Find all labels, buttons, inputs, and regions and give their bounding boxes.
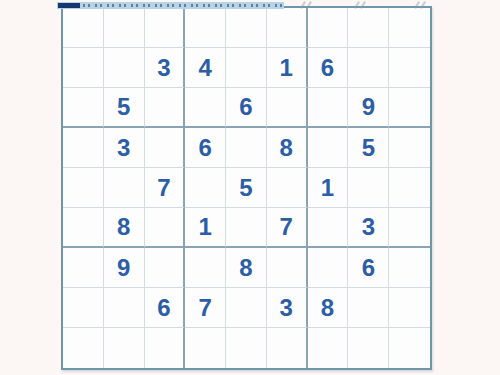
given-digit: 3 (117, 136, 130, 160)
sudoku-cell[interactable]: 7 (267, 208, 308, 248)
ghost-mark (300, 1, 314, 10)
page: 3416569368575181739866738 (0, 0, 500, 375)
sudoku-cell[interactable] (63, 208, 104, 248)
given-digit: 6 (239, 95, 252, 119)
ghost-mark (354, 1, 368, 10)
given-digit: 7 (280, 215, 293, 239)
sudoku-cell[interactable] (308, 8, 349, 48)
sudoku-cell[interactable]: 3 (348, 208, 389, 248)
sudoku-cell[interactable] (63, 88, 104, 128)
sudoku-cell[interactable]: 1 (267, 48, 308, 88)
sudoku-board: 3416569368575181739866738 (61, 6, 432, 370)
sudoku-cell[interactable] (267, 168, 308, 208)
sudoku-cell[interactable] (389, 88, 430, 128)
sudoku-cell[interactable] (308, 88, 349, 128)
sudoku-cell[interactable] (389, 288, 430, 328)
given-digit: 1 (280, 56, 293, 80)
sudoku-cell[interactable]: 9 (348, 88, 389, 128)
given-digit: 6 (199, 136, 212, 160)
sudoku-cell[interactable] (308, 208, 349, 248)
sudoku-cell[interactable] (145, 328, 186, 368)
sudoku-cell[interactable] (308, 128, 349, 168)
sudoku-cell[interactable] (348, 328, 389, 368)
sudoku-cell[interactable]: 8 (104, 208, 145, 248)
sudoku-cell[interactable]: 3 (104, 128, 145, 168)
sudoku-cell[interactable] (145, 248, 186, 288)
sudoku-cell[interactable]: 1 (308, 168, 349, 208)
given-digit: 5 (239, 176, 252, 200)
given-digit: 9 (117, 256, 130, 280)
sudoku-cell[interactable]: 3 (145, 48, 186, 88)
sudoku-cell[interactable]: 7 (145, 168, 186, 208)
sudoku-cell[interactable] (267, 328, 308, 368)
ghost-mark (414, 1, 428, 10)
sudoku-cell[interactable] (185, 328, 226, 368)
given-digit: 1 (199, 215, 212, 239)
sudoku-cell[interactable] (104, 8, 145, 48)
sudoku-cell[interactable]: 6 (308, 48, 349, 88)
sudoku-cell[interactable] (104, 288, 145, 328)
sudoku-cell[interactable] (63, 168, 104, 208)
toolbar-strip (57, 2, 284, 9)
sudoku-cell[interactable] (389, 168, 430, 208)
sudoku-cell[interactable]: 5 (348, 128, 389, 168)
toolbar-selected-block (58, 3, 80, 8)
sudoku-cell[interactable]: 8 (267, 128, 308, 168)
sudoku-cell[interactable] (226, 288, 267, 328)
sudoku-cell[interactable] (104, 168, 145, 208)
sudoku-cell[interactable] (104, 328, 145, 368)
given-digit: 7 (157, 176, 170, 200)
sudoku-cell[interactable] (226, 48, 267, 88)
sudoku-cell[interactable] (145, 208, 186, 248)
sudoku-cell[interactable] (348, 288, 389, 328)
sudoku-cell[interactable] (267, 88, 308, 128)
sudoku-cell[interactable] (63, 288, 104, 328)
given-digit: 3 (280, 296, 293, 320)
sudoku-cell[interactable]: 6 (348, 248, 389, 288)
sudoku-cell[interactable] (348, 8, 389, 48)
sudoku-cell[interactable] (145, 8, 186, 48)
sudoku-cell[interactable]: 8 (226, 248, 267, 288)
sudoku-cell[interactable]: 4 (185, 48, 226, 88)
given-digit: 8 (280, 136, 293, 160)
given-digit: 3 (157, 56, 170, 80)
sudoku-cell[interactable] (389, 208, 430, 248)
given-digit: 1 (321, 176, 334, 200)
sudoku-cell[interactable] (389, 248, 430, 288)
given-digit: 4 (199, 56, 212, 80)
sudoku-cell[interactable]: 6 (185, 128, 226, 168)
sudoku-cell[interactable] (185, 8, 226, 48)
sudoku-cell[interactable]: 6 (145, 288, 186, 328)
sudoku-cell[interactable] (185, 248, 226, 288)
sudoku-cell[interactable] (348, 168, 389, 208)
sudoku-cell[interactable]: 9 (104, 248, 145, 288)
sudoku-cell[interactable] (267, 248, 308, 288)
sudoku-cell[interactable] (308, 328, 349, 368)
sudoku-cell[interactable] (185, 88, 226, 128)
sudoku-cell[interactable] (145, 128, 186, 168)
sudoku-cell[interactable] (226, 208, 267, 248)
sudoku-cell[interactable] (63, 248, 104, 288)
given-digit: 6 (362, 256, 375, 280)
given-digit: 7 (199, 296, 212, 320)
sudoku-cell[interactable]: 7 (185, 288, 226, 328)
sudoku-cell[interactable]: 5 (226, 168, 267, 208)
sudoku-cell[interactable] (226, 8, 267, 48)
sudoku-cell[interactable] (145, 88, 186, 128)
sudoku-cell[interactable] (63, 8, 104, 48)
sudoku-cell[interactable] (63, 48, 104, 88)
sudoku-cell[interactable] (226, 328, 267, 368)
sudoku-cell[interactable] (63, 328, 104, 368)
sudoku-cell[interactable]: 6 (226, 88, 267, 128)
given-digit: 6 (157, 296, 170, 320)
sudoku-cell[interactable]: 8 (308, 288, 349, 328)
sudoku-cell[interactable] (104, 48, 145, 88)
sudoku-cell[interactable]: 1 (185, 208, 226, 248)
sudoku-cell[interactable] (267, 8, 308, 48)
given-digit: 8 (117, 215, 130, 239)
given-digit: 5 (117, 95, 130, 119)
sudoku-cell[interactable] (185, 168, 226, 208)
sudoku-cell[interactable] (389, 128, 430, 168)
sudoku-cell[interactable]: 3 (267, 288, 308, 328)
sudoku-cell[interactable] (389, 328, 430, 368)
sudoku-cell[interactable]: 5 (104, 88, 145, 128)
given-digit: 8 (239, 256, 252, 280)
toolbar-tiny-text (83, 4, 282, 7)
given-digit: 6 (321, 56, 334, 80)
sudoku-cell[interactable] (63, 128, 104, 168)
sudoku-cell[interactable] (226, 128, 267, 168)
sudoku-cell[interactable] (389, 8, 430, 48)
sudoku-cell[interactable] (348, 48, 389, 88)
given-digit: 9 (362, 95, 375, 119)
given-digit: 3 (362, 215, 375, 239)
given-digit: 5 (362, 136, 375, 160)
given-digit: 8 (321, 296, 334, 320)
sudoku-cell[interactable] (389, 48, 430, 88)
sudoku-cell[interactable] (308, 248, 349, 288)
